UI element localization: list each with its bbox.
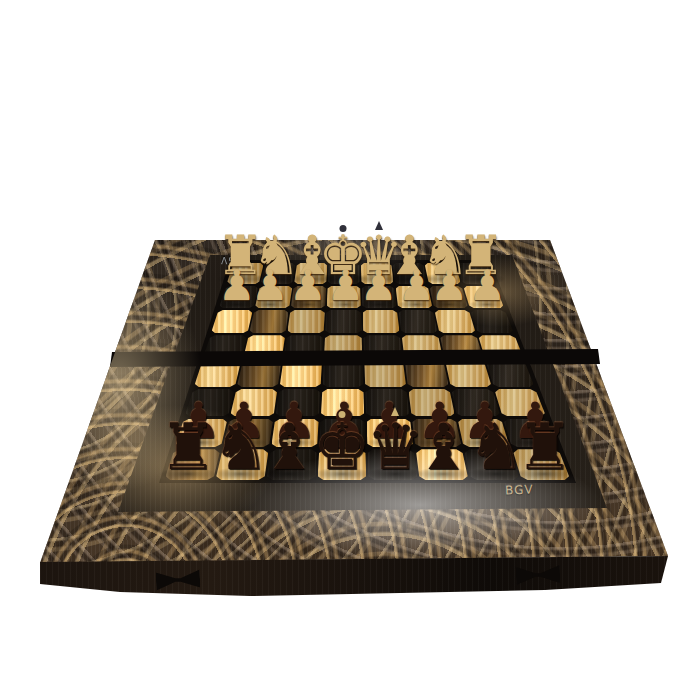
white-pawn-b2[interactable]: ♟ <box>428 265 470 307</box>
king-ball-finial <box>339 225 346 232</box>
king-ball-finial <box>338 411 345 418</box>
white-pawn-d2[interactable]: ♟ <box>358 265 400 307</box>
white-pawn-g2[interactable]: ♟ <box>249 265 291 307</box>
pieces-layer: ♜♞♝♚♛♝♞♜♟♟♟♟♟♟♟♟♟♟♟♟♟♟♟♟♜♞♝♚♛♝♞♜ <box>0 0 700 700</box>
black-rook-a8[interactable]: ♜ <box>512 415 576 479</box>
white-pawn-a2[interactable]: ♟ <box>466 265 508 307</box>
white-pawn-f2[interactable]: ♟ <box>287 265 329 307</box>
chess-set-photo: BGV BGV ♜♞♝♚♛♝♞♜♟♟♟♟♟♟♟♟♟♟♟♟♟♟♟♟♜♞♝♚♛♝♞♜ <box>0 0 700 700</box>
piece-shadow <box>516 467 574 481</box>
queen-cone-finial <box>391 407 399 416</box>
